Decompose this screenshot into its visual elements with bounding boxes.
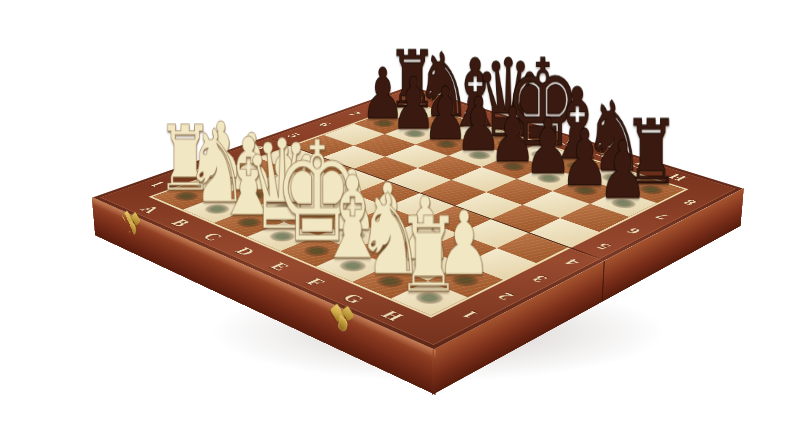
- piece-white-rook[interactable]: ♜: [396, 212, 461, 300]
- piece-black-pawn[interactable]: ♟: [598, 137, 648, 205]
- latch-wing-icon: [122, 210, 134, 227]
- latch-hook-icon: [338, 315, 348, 334]
- chess-board: ♜♞♝♛♚♝♞♜♟♟♟♟♟♟♟♟♟♟♟♟♟♟♟♟♜♞♝♛♚♝♞♜ AABBCCD…: [93, 86, 743, 349]
- latch-wing-icon: [131, 211, 141, 226]
- latch-wing-icon: [330, 303, 345, 322]
- latch-wing-icon: [342, 305, 355, 321]
- scene: ♜♞♝♛♚♝♞♜♟♟♟♟♟♟♟♟♟♟♟♟♟♟♟♟♜♞♝♛♚♝♞♜ AABBCCD…: [0, 0, 793, 425]
- latch-hook-icon: [129, 220, 137, 237]
